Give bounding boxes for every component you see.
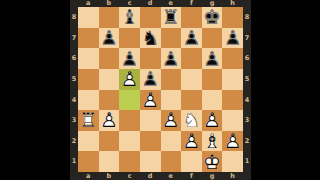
square-h3[interactable] xyxy=(222,110,243,131)
file-label-bottom-c: c xyxy=(119,172,140,180)
square-a8[interactable] xyxy=(78,7,99,28)
file-label-bottom-f: f xyxy=(181,172,202,180)
rank-label-right-4: 4 xyxy=(243,90,251,111)
square-a6[interactable] xyxy=(78,48,99,69)
piece-bP-d5: ♟♙ xyxy=(140,69,161,90)
black-piece-outline-glyph: ♖ xyxy=(161,7,182,28)
square-f2[interactable]: ♟♙ xyxy=(181,131,202,152)
rank-label-left-7: 7 xyxy=(70,28,78,49)
piece-bP-f7: ♟♙ xyxy=(181,28,202,49)
square-d1[interactable] xyxy=(140,151,161,172)
rank-label-right-5: 5 xyxy=(243,69,251,90)
piece-bN-d7: ♞♘ xyxy=(140,28,161,49)
square-e5[interactable] xyxy=(161,69,182,90)
square-c1[interactable] xyxy=(119,151,140,172)
piece-wR-a3: ♜♖ xyxy=(78,110,99,131)
file-label-top-b: b xyxy=(99,0,120,7)
square-e7[interactable] xyxy=(161,28,182,49)
square-a7[interactable] xyxy=(78,28,99,49)
black-piece-outline-glyph: ♙ xyxy=(222,28,243,49)
black-piece-outline-glyph: ♘ xyxy=(140,28,161,49)
square-f4[interactable] xyxy=(181,90,202,111)
rank-label-left-3: 3 xyxy=(70,110,78,131)
square-c4[interactable] xyxy=(119,90,140,111)
square-e6[interactable]: ♟♙ xyxy=(161,48,182,69)
square-g4[interactable] xyxy=(202,90,223,111)
square-f6[interactable] xyxy=(181,48,202,69)
square-e8[interactable]: ♜♖ xyxy=(161,7,182,28)
square-d3[interactable] xyxy=(140,110,161,131)
piece-bB-c8: ♝♗ xyxy=(119,7,140,28)
square-h5[interactable] xyxy=(222,69,243,90)
square-a2[interactable] xyxy=(78,131,99,152)
file-label-top-h: h xyxy=(222,0,243,7)
piece-bP-h7: ♟♙ xyxy=(222,28,243,49)
rank-label-right-7: 7 xyxy=(243,28,251,49)
square-a1[interactable] xyxy=(78,151,99,172)
square-d4[interactable]: ♟♙ xyxy=(140,90,161,111)
piece-bR-e8: ♜♖ xyxy=(161,7,182,28)
square-b1[interactable] xyxy=(99,151,120,172)
square-b8[interactable] xyxy=(99,7,120,28)
square-c7[interactable] xyxy=(119,28,140,49)
rank-label-right-8: 8 xyxy=(243,7,251,28)
square-d7[interactable]: ♞♘ xyxy=(140,28,161,49)
square-f3[interactable]: ♞♘ xyxy=(181,110,202,131)
square-g6[interactable]: ♟♙ xyxy=(202,48,223,69)
file-label-bottom-h: h xyxy=(222,172,243,180)
file-label-bottom-e: e xyxy=(161,172,182,180)
square-b5[interactable] xyxy=(99,69,120,90)
file-label-top-c: c xyxy=(119,0,140,7)
square-h7[interactable]: ♟♙ xyxy=(222,28,243,49)
piece-bK-g8: ♚♔ xyxy=(202,7,223,28)
piece-bP-e6: ♟♙ xyxy=(161,48,182,69)
square-h4[interactable] xyxy=(222,90,243,111)
board-grid: ♝♗♜♖♚♔♟♙♞♘♟♙♟♙♟♙♟♙♟♙♟♙♟♙♟♙♜♖♟♙♟♙♞♘♟♙♟♙♝♗… xyxy=(78,7,243,172)
file-label-top-g: g xyxy=(202,0,223,7)
rank-label-left-8: 8 xyxy=(70,7,78,28)
square-g1[interactable]: ♚♔ xyxy=(202,151,223,172)
square-c3[interactable] xyxy=(119,110,140,131)
white-piece-outline-glyph: ♙ xyxy=(161,110,182,131)
square-h1[interactable] xyxy=(222,151,243,172)
square-f8[interactable] xyxy=(181,7,202,28)
square-e3[interactable]: ♟♙ xyxy=(161,110,182,131)
rank-label-left-4: 4 xyxy=(70,90,78,111)
file-label-top-a: a xyxy=(78,0,99,7)
white-piece-outline-glyph: ♔ xyxy=(202,151,223,172)
square-g5[interactable] xyxy=(202,69,223,90)
piece-bP-b7: ♟♙ xyxy=(99,28,120,49)
file-label-bottom-g: g xyxy=(202,172,223,180)
square-g7[interactable] xyxy=(202,28,223,49)
piece-wP-g3: ♟♙ xyxy=(202,110,223,131)
piece-wB-g2: ♝♗ xyxy=(202,131,223,152)
square-a5[interactable] xyxy=(78,69,99,90)
rank-label-left-2: 2 xyxy=(70,131,78,152)
piece-bP-c6: ♟♙ xyxy=(119,48,140,69)
black-piece-outline-glyph: ♙ xyxy=(161,48,182,69)
square-b3[interactable]: ♟♙ xyxy=(99,110,120,131)
rank-label-right-2: 2 xyxy=(243,131,251,152)
file-label-top-e: e xyxy=(161,0,182,7)
file-label-bottom-d: d xyxy=(140,172,161,180)
square-e2[interactable] xyxy=(161,131,182,152)
square-h8[interactable] xyxy=(222,7,243,28)
white-piece-outline-glyph: ♗ xyxy=(202,131,223,152)
square-e1[interactable] xyxy=(161,151,182,172)
rank-label-left-1: 1 xyxy=(70,151,78,172)
file-label-bottom-b: b xyxy=(99,172,120,180)
piece-wP-h2: ♟♙ xyxy=(222,131,243,152)
black-piece-outline-glyph: ♙ xyxy=(202,48,223,69)
square-c6[interactable]: ♟♙ xyxy=(119,48,140,69)
piece-wP-f2: ♟♙ xyxy=(181,131,202,152)
rank-label-right-6: 6 xyxy=(243,48,251,69)
white-piece-outline-glyph: ♘ xyxy=(181,110,202,131)
square-c8[interactable]: ♝♗ xyxy=(119,7,140,28)
square-c5[interactable]: ♟♙ xyxy=(119,69,140,90)
square-h6[interactable] xyxy=(222,48,243,69)
white-piece-outline-glyph: ♙ xyxy=(202,110,223,131)
square-d8[interactable] xyxy=(140,7,161,28)
square-e4[interactable] xyxy=(161,90,182,111)
square-c2[interactable] xyxy=(119,131,140,152)
square-d6[interactable] xyxy=(140,48,161,69)
square-g2[interactable]: ♝♗ xyxy=(202,131,223,152)
square-b2[interactable] xyxy=(99,131,120,152)
rank-label-left-6: 6 xyxy=(70,48,78,69)
file-label-bottom-a: a xyxy=(78,172,99,180)
black-piece-outline-glyph: ♙ xyxy=(140,69,161,90)
black-piece-outline-glyph: ♙ xyxy=(181,28,202,49)
square-h2[interactable]: ♟♙ xyxy=(222,131,243,152)
piece-wN-f3: ♞♘ xyxy=(181,110,202,131)
white-piece-outline-glyph: ♖ xyxy=(78,110,99,131)
white-piece-outline-glyph: ♙ xyxy=(99,110,120,131)
black-piece-outline-glyph: ♙ xyxy=(119,48,140,69)
square-f5[interactable] xyxy=(181,69,202,90)
square-f1[interactable] xyxy=(181,151,202,172)
piece-wP-d4: ♟♙ xyxy=(140,90,161,111)
rank-label-left-5: 5 xyxy=(70,69,78,90)
square-d2[interactable] xyxy=(140,131,161,152)
chess-board: ♝♗♜♖♚♔♟♙♞♘♟♙♟♙♟♙♟♙♟♙♟♙♟♙♟♙♜♖♟♙♟♙♞♘♟♙♟♙♝♗… xyxy=(70,0,251,180)
file-label-top-d: d xyxy=(140,0,161,7)
square-f7[interactable]: ♟♙ xyxy=(181,28,202,49)
piece-wK-g1: ♚♔ xyxy=(202,151,223,172)
square-a3[interactable]: ♜♖ xyxy=(78,110,99,131)
square-g8[interactable]: ♚♔ xyxy=(202,7,223,28)
file-label-top-f: f xyxy=(181,0,202,7)
white-piece-outline-glyph: ♙ xyxy=(119,69,140,90)
square-a4[interactable] xyxy=(78,90,99,111)
rank-label-right-1: 1 xyxy=(243,151,251,172)
square-g3[interactable]: ♟♙ xyxy=(202,110,223,131)
piece-wP-c5: ♟♙ xyxy=(119,69,140,90)
square-b7[interactable]: ♟♙ xyxy=(99,28,120,49)
piece-bP-g6: ♟♙ xyxy=(202,48,223,69)
screenshot-stage: ♝♗♜♖♚♔♟♙♞♘♟♙♟♙♟♙♟♙♟♙♟♙♟♙♟♙♜♖♟♙♟♙♞♘♟♙♟♙♝♗… xyxy=(0,0,320,180)
rank-label-right-3: 3 xyxy=(243,110,251,131)
piece-wP-b3: ♟♙ xyxy=(99,110,120,131)
square-b6[interactable] xyxy=(99,48,120,69)
white-piece-outline-glyph: ♙ xyxy=(222,131,243,152)
black-piece-outline-glyph: ♔ xyxy=(202,7,223,28)
black-piece-outline-glyph: ♙ xyxy=(99,28,120,49)
white-piece-outline-glyph: ♙ xyxy=(181,131,202,152)
white-piece-outline-glyph: ♙ xyxy=(140,90,161,111)
square-b4[interactable] xyxy=(99,90,120,111)
black-piece-outline-glyph: ♗ xyxy=(119,7,140,28)
piece-wP-e3: ♟♙ xyxy=(161,110,182,131)
square-d5[interactable]: ♟♙ xyxy=(140,69,161,90)
